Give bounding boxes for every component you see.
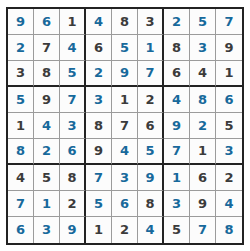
cell-r1c9[interactable]: 7 [216,9,242,35]
cell-r1c5[interactable]: 8 [112,9,138,35]
cell-r4c3[interactable]: 7 [60,87,86,113]
cell-r7c1[interactable]: 4 [8,165,34,191]
cell-r8c8[interactable]: 9 [190,191,216,217]
cell-r6c2[interactable]: 2 [34,139,60,165]
cell-r7c5[interactable]: 3 [112,165,138,191]
cell-r2c2[interactable]: 7 [34,35,60,61]
cell-r5c5[interactable]: 7 [112,113,138,139]
cell-r3c8[interactable]: 4 [190,61,216,87]
cell-r2c7[interactable]: 8 [164,35,190,61]
cell-r3c1[interactable]: 3 [8,61,34,87]
sudoku-board: 9614832572746518393852976415973124861438… [6,7,244,245]
cell-r8c4[interactable]: 5 [86,191,112,217]
cell-r6c9[interactable]: 3 [216,139,242,165]
cell-r3c7[interactable]: 6 [164,61,190,87]
cell-r8c1[interactable]: 7 [8,191,34,217]
cell-r6c6[interactable]: 5 [138,139,164,165]
cell-r9c4[interactable]: 1 [86,217,112,243]
cell-r5c8[interactable]: 2 [190,113,216,139]
cell-r5c4[interactable]: 8 [86,113,112,139]
sudoku-page: 9614832572746518393852976415973124861438… [0,0,250,251]
cell-r8c2[interactable]: 1 [34,191,60,217]
cell-r7c6[interactable]: 9 [138,165,164,191]
cell-r6c7[interactable]: 7 [164,139,190,165]
cell-r9c1[interactable]: 6 [8,217,34,243]
cell-r6c1[interactable]: 8 [8,139,34,165]
cell-r5c6[interactable]: 6 [138,113,164,139]
cell-r7c3[interactable]: 8 [60,165,86,191]
cell-r9c3[interactable]: 9 [60,217,86,243]
cell-r9c5[interactable]: 2 [112,217,138,243]
cell-r9c2[interactable]: 3 [34,217,60,243]
cell-r8c7[interactable]: 3 [164,191,190,217]
cell-r9c6[interactable]: 4 [138,217,164,243]
cell-r1c6[interactable]: 3 [138,9,164,35]
cell-r8c6[interactable]: 8 [138,191,164,217]
cell-r7c4[interactable]: 7 [86,165,112,191]
cell-r1c8[interactable]: 5 [190,9,216,35]
cell-r1c4[interactable]: 4 [86,9,112,35]
cell-r7c8[interactable]: 6 [190,165,216,191]
cell-r3c9[interactable]: 1 [216,61,242,87]
cell-r1c2[interactable]: 6 [34,9,60,35]
cell-r3c6[interactable]: 7 [138,61,164,87]
cell-r7c2[interactable]: 5 [34,165,60,191]
cell-r1c7[interactable]: 2 [164,9,190,35]
cell-r5c3[interactable]: 3 [60,113,86,139]
cell-r2c1[interactable]: 2 [8,35,34,61]
cell-r6c8[interactable]: 1 [190,139,216,165]
cell-r1c1[interactable]: 9 [8,9,34,35]
cell-r4c6[interactable]: 2 [138,87,164,113]
cell-r4c8[interactable]: 8 [190,87,216,113]
cell-r4c2[interactable]: 9 [34,87,60,113]
cell-r6c5[interactable]: 4 [112,139,138,165]
cell-r8c3[interactable]: 2 [60,191,86,217]
cell-r2c5[interactable]: 5 [112,35,138,61]
cell-r3c4[interactable]: 2 [86,61,112,87]
cell-r9c7[interactable]: 5 [164,217,190,243]
cell-r9c9[interactable]: 8 [216,217,242,243]
cell-r4c5[interactable]: 1 [112,87,138,113]
cell-r6c3[interactable]: 6 [60,139,86,165]
cell-r5c9[interactable]: 5 [216,113,242,139]
cell-r3c3[interactable]: 5 [60,61,86,87]
cell-r5c1[interactable]: 1 [8,113,34,139]
cell-r4c1[interactable]: 5 [8,87,34,113]
cell-r1c3[interactable]: 1 [60,9,86,35]
cell-r7c9[interactable]: 2 [216,165,242,191]
cell-r9c8[interactable]: 7 [190,217,216,243]
cell-r7c7[interactable]: 1 [164,165,190,191]
cell-r4c9[interactable]: 6 [216,87,242,113]
cell-r2c4[interactable]: 6 [86,35,112,61]
cell-r3c2[interactable]: 8 [34,61,60,87]
cell-r5c2[interactable]: 4 [34,113,60,139]
cell-r8c5[interactable]: 6 [112,191,138,217]
cell-r3c5[interactable]: 9 [112,61,138,87]
cell-r2c9[interactable]: 9 [216,35,242,61]
cell-r2c3[interactable]: 4 [60,35,86,61]
cell-r2c6[interactable]: 1 [138,35,164,61]
cell-r6c4[interactable]: 9 [86,139,112,165]
cell-r4c7[interactable]: 4 [164,87,190,113]
cell-r2c8[interactable]: 3 [190,35,216,61]
cell-r4c4[interactable]: 3 [86,87,112,113]
cell-r8c9[interactable]: 4 [216,191,242,217]
cell-r5c7[interactable]: 9 [164,113,190,139]
